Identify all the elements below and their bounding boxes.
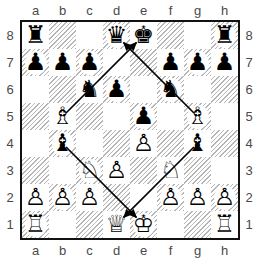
piece-white-pawn-e4[interactable]: ♙ (130, 130, 157, 157)
piece-black-pawn-c7[interactable]: ♟ (76, 49, 103, 76)
file-label-g-bottom: g (184, 240, 211, 260)
file-label-b-bottom: b (49, 240, 76, 260)
piece-white-king-e1[interactable]: ♔ (130, 211, 157, 238)
piece-white-knight-c3[interactable]: ♘ (76, 157, 103, 184)
piece-black-pawn-d6[interactable]: ♟ (103, 76, 130, 103)
rank-label-2-left: 2 (1, 184, 19, 211)
rank-label-4-right: 4 (240, 130, 258, 157)
piece-black-pawn-h7[interactable]: ♟ (211, 49, 238, 76)
board-pieces: ♜♛♚♜♟♟♟♟♟♟♞♟♞♗♟♗♝♙♝♘♙♘♙♙♙♙♙♙♖♕♔♖ (22, 22, 238, 238)
piece-white-bishop-g5[interactable]: ♗ (184, 103, 211, 130)
piece-black-bishop-b4[interactable]: ♝ (49, 130, 76, 157)
file-label-c-top: c (76, 0, 103, 20)
rank-label-2-right: 2 (240, 184, 258, 211)
piece-black-pawn-a7[interactable]: ♟ (22, 49, 49, 76)
piece-black-knight-c6[interactable]: ♞ (76, 76, 103, 103)
rank-label-1-right: 1 (240, 211, 258, 238)
file-label-b-top: b (49, 0, 76, 20)
file-label-h-bottom: h (211, 240, 238, 260)
rank-label-6-left: 6 (1, 76, 19, 103)
rank-label-7-left: 7 (1, 49, 19, 76)
file-label-a-top: a (22, 0, 49, 20)
file-label-e-bottom: e (130, 240, 157, 260)
piece-black-bishop-g4[interactable]: ♝ (184, 130, 211, 157)
rank-label-4-left: 4 (1, 130, 19, 157)
piece-black-queen-d8[interactable]: ♛ (103, 22, 130, 49)
file-label-c-bottom: c (76, 240, 103, 260)
rank-label-3-right: 3 (240, 157, 258, 184)
file-label-d-top: d (103, 0, 130, 20)
piece-white-pawn-f2[interactable]: ♙ (157, 184, 184, 211)
rank-label-8-left: 8 (1, 22, 19, 49)
rank-label-3-left: 3 (1, 157, 19, 184)
piece-white-pawn-b2[interactable]: ♙ (49, 184, 76, 211)
piece-white-pawn-d3[interactable]: ♙ (103, 157, 130, 184)
piece-white-queen-d1[interactable]: ♕ (103, 211, 130, 238)
file-label-h-top: h (211, 0, 238, 20)
piece-black-pawn-e5[interactable]: ♟ (130, 103, 157, 130)
rank-label-7-right: 7 (240, 49, 258, 76)
file-label-g-top: g (184, 0, 211, 20)
piece-black-rook-a8[interactable]: ♜ (22, 22, 49, 49)
piece-white-pawn-g2[interactable]: ♙ (184, 184, 211, 211)
file-label-f-top: f (157, 0, 184, 20)
piece-white-rook-h1[interactable]: ♖ (211, 211, 238, 238)
piece-white-pawn-a2[interactable]: ♙ (22, 184, 49, 211)
piece-white-rook-a1[interactable]: ♖ (22, 211, 49, 238)
chess-board[interactable]: ♜♛♚♜♟♟♟♟♟♟♞♟♞♗♟♗♝♙♝♘♙♘♙♙♙♙♙♙♖♕♔♖ (20, 20, 240, 240)
piece-white-pawn-c2[interactable]: ♙ (76, 184, 103, 211)
piece-black-rook-h8[interactable]: ♜ (211, 22, 238, 49)
piece-white-bishop-b5[interactable]: ♗ (49, 103, 76, 130)
file-label-d-bottom: d (103, 240, 130, 260)
file-label-a-bottom: a (22, 240, 49, 260)
piece-black-king-e8[interactable]: ♚ (130, 22, 157, 49)
piece-black-pawn-b7[interactable]: ♟ (49, 49, 76, 76)
rank-label-5-left: 5 (1, 103, 19, 130)
rank-label-5-right: 5 (240, 103, 258, 130)
file-label-f-bottom: f (157, 240, 184, 260)
rank-label-1-left: 1 (1, 211, 19, 238)
rank-label-6-right: 6 (240, 76, 258, 103)
piece-black-knight-f6[interactable]: ♞ (157, 76, 184, 103)
rank-label-8-right: 8 (240, 22, 258, 49)
chess-diagram: abcdefgh 87654321 ♜♛♚♜♟♟♟♟♟♟♞♟♞♗♟♗♝♙♝♘♙♘… (0, 0, 260, 261)
piece-black-pawn-f7[interactable]: ♟ (157, 49, 184, 76)
piece-white-pawn-h2[interactable]: ♙ (211, 184, 238, 211)
piece-white-knight-f3[interactable]: ♘ (157, 157, 184, 184)
piece-black-pawn-g7[interactable]: ♟ (184, 49, 211, 76)
file-label-e-top: e (130, 0, 157, 20)
